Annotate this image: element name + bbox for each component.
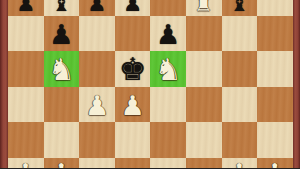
square-e3[interactable] [150,122,186,158]
square-e7[interactable] [150,0,186,16]
black-pawn-d7[interactable]: ♟ [115,0,151,15]
square-b4[interactable] [44,87,80,123]
square-a7[interactable]: ♟ [8,0,44,16]
white-pawn-h2[interactable]: ♟ [257,160,293,168]
black-pawn-c7[interactable]: ♟ [79,0,115,15]
black-king-d5[interactable]: ♚ [115,54,151,85]
square-h6[interactable] [257,16,293,52]
white-knight-e5[interactable]: ♞ [150,55,186,85]
square-e6[interactable]: ♟ [150,16,186,52]
square-f2[interactable] [186,158,222,169]
square-a2[interactable]: ♟ [8,158,44,169]
wood-frame-right [293,0,300,168]
square-c2[interactable] [79,158,115,169]
white-pawn-a2[interactable]: ♟ [8,160,44,168]
square-c5[interactable] [79,51,115,87]
square-f4[interactable] [186,87,222,123]
square-c6[interactable] [79,16,115,52]
square-g2[interactable]: ♟ [222,158,258,169]
square-g5[interactable] [222,51,258,87]
square-c7[interactable]: ♟ [79,0,115,16]
white-pawn-b2[interactable]: ♟ [44,160,80,168]
square-d5[interactable]: ♚ [115,51,151,87]
square-d4[interactable]: ♟ [115,87,151,123]
square-a4[interactable] [8,87,44,123]
white-knight-b5[interactable]: ♞ [44,55,80,85]
chess-board[interactable]: ♟♝♟♟♜♝♟♟♞♚♞♟♟♟♟♟♟ [8,0,293,168]
square-e2[interactable] [150,158,186,169]
white-pawn-g2[interactable]: ♟ [222,160,258,168]
square-d7[interactable]: ♟ [115,0,151,16]
chess-app-window: ♟♝♟♟♜♝♟♟♞♚♞♟♟♟♟♟♟ [0,0,300,168]
square-e5[interactable]: ♞ [150,51,186,87]
square-c3[interactable] [79,122,115,158]
square-f3[interactable] [186,122,222,158]
square-a5[interactable] [8,51,44,87]
black-bishop-b7[interactable]: ♝ [44,0,80,15]
black-bishop-g7[interactable]: ♝ [222,0,258,15]
square-b5[interactable]: ♞ [44,51,80,87]
square-g4[interactable] [222,87,258,123]
white-pawn-d4[interactable]: ♟ [115,92,151,119]
square-h4[interactable] [257,87,293,123]
square-e4[interactable] [150,87,186,123]
square-a6[interactable] [8,16,44,52]
square-h7[interactable] [257,0,293,16]
black-pawn-a7[interactable]: ♟ [8,0,44,15]
square-g6[interactable] [222,16,258,52]
square-f6[interactable] [186,16,222,52]
square-h3[interactable] [257,122,293,158]
square-h2[interactable]: ♟ [257,158,293,169]
black-pawn-e6[interactable]: ♟ [150,21,186,48]
square-f7[interactable]: ♜ [186,0,222,16]
square-g3[interactable] [222,122,258,158]
black-pawn-b6[interactable]: ♟ [44,21,80,48]
square-b3[interactable] [44,122,80,158]
wood-frame-left [0,0,8,168]
square-d2[interactable] [115,158,151,169]
white-pawn-c4[interactable]: ♟ [79,92,115,119]
square-f5[interactable] [186,51,222,87]
square-g7[interactable]: ♝ [222,0,258,16]
square-h5[interactable] [257,51,293,87]
square-c4[interactable]: ♟ [79,87,115,123]
white-rook-f7[interactable]: ♜ [186,0,222,15]
square-d6[interactable] [115,16,151,52]
square-b7[interactable]: ♝ [44,0,80,16]
square-a3[interactable] [8,122,44,158]
square-d3[interactable] [115,122,151,158]
square-b6[interactable]: ♟ [44,16,80,52]
square-b2[interactable]: ♟ [44,158,80,169]
